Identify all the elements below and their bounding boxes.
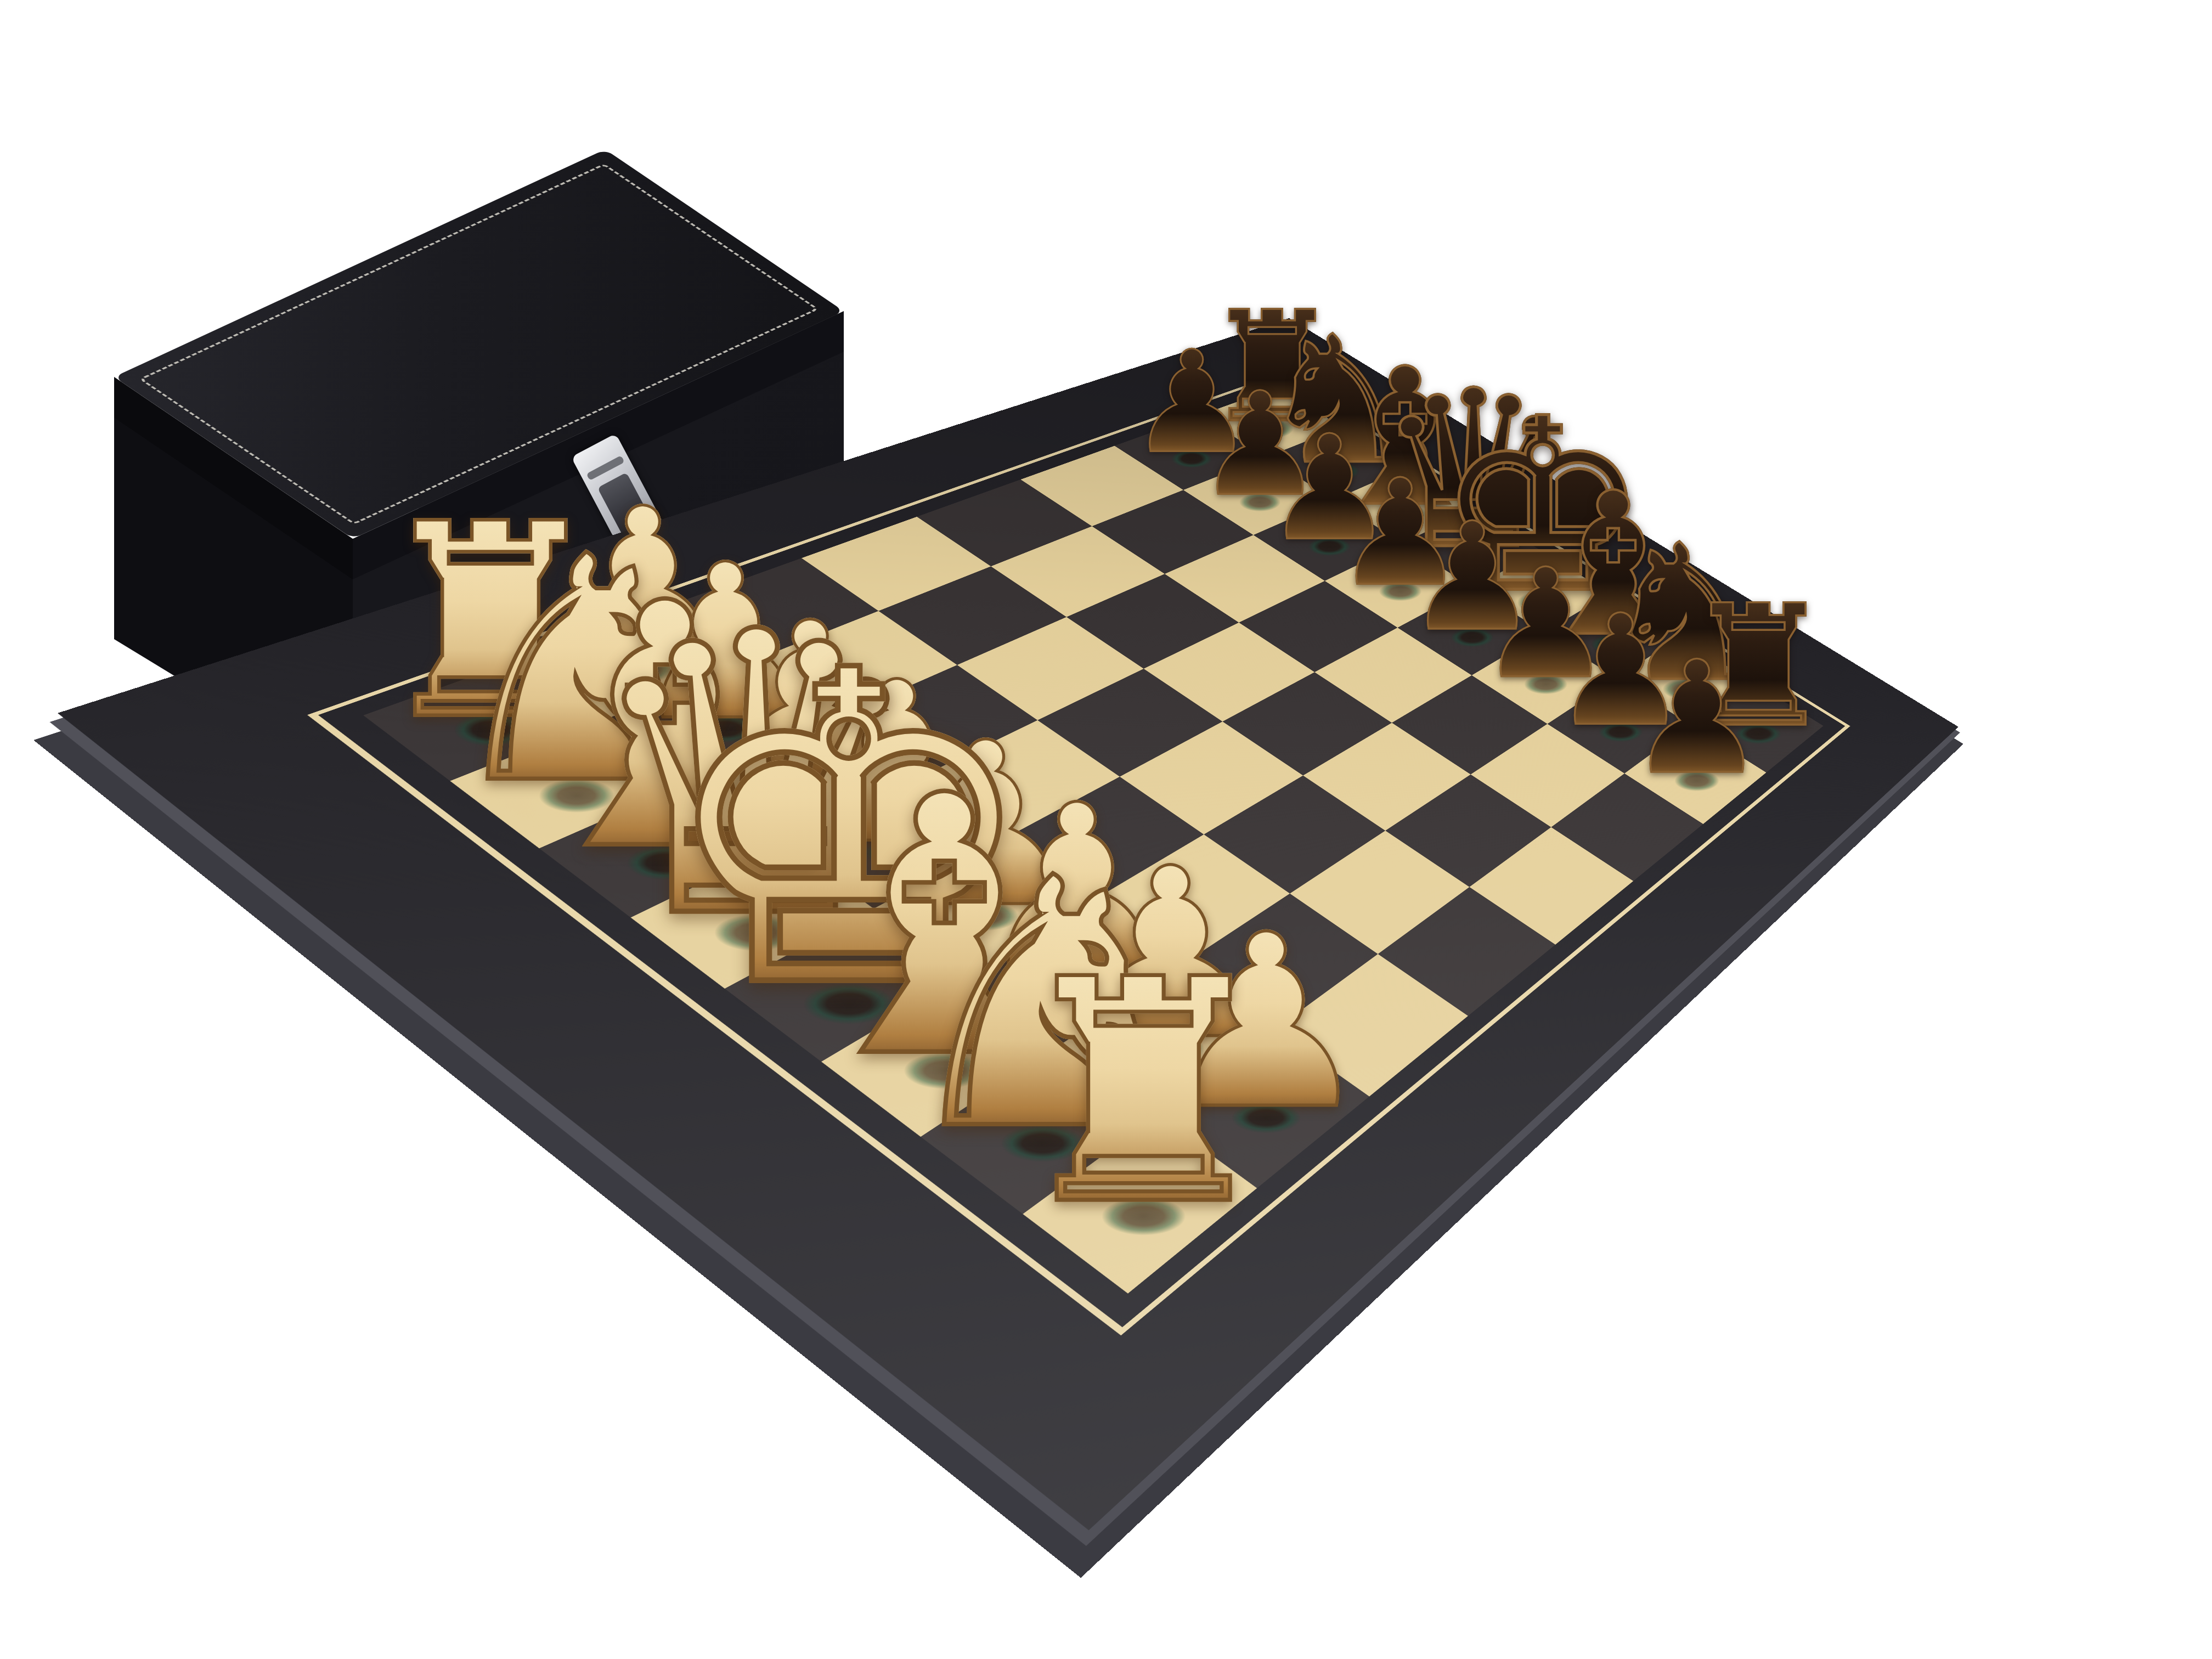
product-photo-scene: { "scene": {"background": "#ffffff"}, "g…: [0, 0, 2212, 1659]
scene: ♜♞♝♛♚♝♞♜♟♟♟♟♟♟♟♟♟♟♟♟♟♟♟♟♜♞♝♛♚♝♞♜: [0, 0, 2212, 1659]
